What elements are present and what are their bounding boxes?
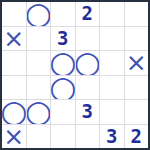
cell-r6c6[interactable]: 2 [125,125,149,149]
cell-r4c4[interactable] [76,76,100,100]
cell-r1c6[interactable] [125,2,149,26]
cell-r2c3[interactable]: 3 [51,27,75,51]
x-mark: × [3,27,24,51]
cell-r5c5[interactable] [100,100,124,124]
cell-r6c5[interactable]: 3 [100,125,124,149]
cell-r3c6[interactable]: × [125,51,149,75]
cell-r2c4[interactable] [76,27,100,51]
clue-number: 3 [82,102,93,121]
cell-r5c4[interactable]: 3 [76,100,100,124]
cell-r2c1[interactable]: × [2,27,26,51]
cell-r5c1[interactable]: ○ [2,100,26,124]
cell-r3c2[interactable] [27,51,51,75]
cell-r1c3[interactable] [51,2,75,26]
cell-r1c1[interactable] [2,2,26,26]
cell-r6c2[interactable] [27,125,51,149]
cell-r2c6[interactable] [125,27,149,51]
cell-r4c5[interactable] [100,76,124,100]
clue-number: 3 [57,29,68,48]
cell-r6c3[interactable] [51,125,75,149]
cell-r5c2[interactable]: ○ [27,100,51,124]
cell-r6c4[interactable] [76,125,100,149]
cell-r3c1[interactable] [2,51,26,75]
circle-mark: ○ [76,51,100,75]
circle-mark: ○ [27,2,51,26]
puzzle-board: ○ 2 × 3 ○ ○ × ○ ○ ○ 3 × 3 2 [0,0,150,150]
cell-r4c2[interactable] [27,76,51,100]
clue-number: 2 [131,127,142,146]
cell-r1c4[interactable]: 2 [76,2,100,26]
x-mark: × [3,125,24,149]
cell-r3c5[interactable] [100,51,124,75]
cell-r4c3[interactable]: ○ [51,76,75,100]
cell-r5c3[interactable] [51,100,75,124]
cell-r2c5[interactable] [100,27,124,51]
clue-number: 2 [82,4,93,23]
circle-mark: ○ [27,100,51,124]
cell-r1c5[interactable] [100,2,124,26]
circle-mark: ○ [51,51,75,75]
x-mark: × [126,51,147,75]
cell-r6c1[interactable]: × [2,125,26,149]
cell-r3c4[interactable]: ○ [76,51,100,75]
circle-mark: ○ [2,100,26,124]
cell-r4c1[interactable] [2,76,26,100]
cell-r4c6[interactable] [125,76,149,100]
clue-number: 3 [106,127,117,146]
cell-r1c2[interactable]: ○ [27,2,51,26]
cell-r2c2[interactable] [27,27,51,51]
circle-mark: ○ [51,76,75,100]
cell-r3c3[interactable]: ○ [51,51,75,75]
cell-r5c6[interactable] [125,100,149,124]
